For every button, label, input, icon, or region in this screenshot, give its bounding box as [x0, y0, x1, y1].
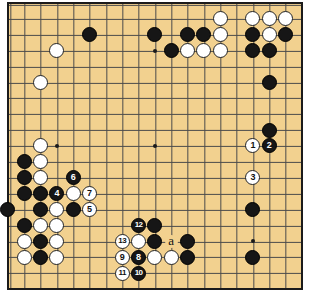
intersection[interactable] [261, 59, 277, 75]
intersection[interactable] [163, 281, 179, 297]
intersection[interactable] [294, 217, 309, 233]
intersection[interactable]: 7 [81, 186, 97, 202]
intersection[interactable] [261, 154, 277, 170]
intersection[interactable] [65, 0, 81, 11]
white-stone-move-1[interactable]: 1 [245, 138, 260, 153]
intersection[interactable] [163, 0, 179, 11]
intersection[interactable]: 9 [114, 249, 130, 265]
intersection[interactable] [228, 281, 244, 297]
intersection[interactable] [245, 0, 261, 11]
intersection[interactable] [277, 138, 293, 154]
intersection[interactable] [98, 202, 114, 218]
intersection[interactable] [130, 74, 146, 90]
white-stone-move-7[interactable]: 7 [82, 186, 97, 201]
intersection[interactable] [228, 74, 244, 90]
intersection[interactable] [147, 265, 163, 281]
intersection[interactable] [196, 11, 212, 27]
intersection[interactable] [245, 11, 261, 27]
intersection[interactable] [0, 265, 16, 281]
intersection[interactable] [0, 249, 16, 265]
intersection[interactable] [114, 74, 130, 90]
white-stone[interactable] [213, 11, 228, 26]
intersection[interactable] [65, 186, 81, 202]
intersection[interactable] [147, 217, 163, 233]
intersection[interactable] [0, 0, 16, 11]
intersection[interactable]: 5 [81, 202, 97, 218]
intersection[interactable] [114, 59, 130, 75]
intersection[interactable] [98, 27, 114, 43]
intersection[interactable] [32, 90, 48, 106]
intersection[interactable] [81, 106, 97, 122]
intersection[interactable] [196, 233, 212, 249]
intersection[interactable] [32, 106, 48, 122]
intersection[interactable] [65, 122, 81, 138]
intersection[interactable] [0, 27, 16, 43]
intersection[interactable] [130, 233, 146, 249]
intersection[interactable]: 13 [114, 233, 130, 249]
white-stone[interactable] [33, 75, 48, 90]
black-stone[interactable] [17, 218, 32, 233]
intersection[interactable] [277, 217, 293, 233]
intersection[interactable] [196, 59, 212, 75]
intersection[interactable] [179, 27, 195, 43]
intersection[interactable] [16, 170, 32, 186]
intersection[interactable] [49, 154, 65, 170]
black-stone[interactable] [262, 43, 277, 58]
intersection[interactable] [245, 217, 261, 233]
intersection[interactable] [130, 43, 146, 59]
white-stone[interactable] [180, 43, 195, 58]
intersection[interactable] [212, 186, 228, 202]
intersection[interactable] [16, 43, 32, 59]
intersection[interactable] [81, 170, 97, 186]
intersection[interactable] [130, 106, 146, 122]
intersection[interactable] [261, 281, 277, 297]
intersection[interactable] [179, 106, 195, 122]
black-stone[interactable] [245, 202, 260, 217]
intersection[interactable] [147, 11, 163, 27]
intersection[interactable] [81, 233, 97, 249]
intersection[interactable] [32, 186, 48, 202]
intersection[interactable] [81, 0, 97, 11]
intersection[interactable] [32, 138, 48, 154]
intersection[interactable] [196, 154, 212, 170]
white-stone[interactable] [49, 234, 64, 249]
black-stone[interactable] [278, 27, 293, 42]
intersection[interactable] [294, 265, 309, 281]
intersection[interactable] [261, 27, 277, 43]
black-stone-move-4[interactable]: 4 [49, 186, 64, 201]
intersection[interactable] [16, 59, 32, 75]
intersection[interactable] [212, 90, 228, 106]
intersection[interactable] [196, 43, 212, 59]
intersection[interactable] [65, 281, 81, 297]
intersection[interactable] [261, 217, 277, 233]
intersection[interactable] [179, 186, 195, 202]
intersection[interactable] [196, 249, 212, 265]
intersection[interactable] [130, 122, 146, 138]
intersection[interactable] [179, 11, 195, 27]
intersection[interactable] [114, 170, 130, 186]
intersection[interactable] [196, 170, 212, 186]
intersection[interactable] [212, 74, 228, 90]
intersection[interactable] [32, 122, 48, 138]
intersection[interactable] [114, 202, 130, 218]
intersection[interactable] [32, 233, 48, 249]
black-stone[interactable] [33, 186, 48, 201]
intersection[interactable] [98, 122, 114, 138]
intersection[interactable] [49, 106, 65, 122]
intersection[interactable] [98, 154, 114, 170]
intersection[interactable] [212, 202, 228, 218]
black-stone[interactable] [17, 186, 32, 201]
white-stone[interactable] [147, 250, 162, 265]
intersection[interactable] [130, 186, 146, 202]
intersection[interactable] [147, 138, 163, 154]
black-stone[interactable] [33, 250, 48, 265]
intersection[interactable] [277, 122, 293, 138]
intersection[interactable] [65, 265, 81, 281]
intersection[interactable] [294, 186, 309, 202]
white-stone[interactable] [49, 43, 64, 58]
intersection[interactable] [81, 59, 97, 75]
intersection[interactable] [16, 233, 32, 249]
intersection[interactable] [147, 249, 163, 265]
intersection[interactable] [81, 265, 97, 281]
intersection[interactable] [294, 170, 309, 186]
white-stone-move-5[interactable]: 5 [82, 202, 97, 217]
black-stone[interactable] [17, 170, 32, 185]
intersection[interactable] [212, 249, 228, 265]
white-stone[interactable] [49, 218, 64, 233]
intersection[interactable] [212, 0, 228, 11]
white-stone[interactable] [196, 43, 211, 58]
intersection[interactable] [49, 74, 65, 90]
intersection[interactable] [0, 186, 16, 202]
intersection[interactable] [245, 106, 261, 122]
intersection[interactable] [179, 202, 195, 218]
black-stone-move-10[interactable]: 10 [131, 266, 146, 281]
intersection[interactable] [212, 154, 228, 170]
intersection[interactable] [179, 170, 195, 186]
intersection[interactable] [0, 202, 16, 218]
intersection[interactable] [147, 43, 163, 59]
intersection[interactable] [294, 281, 309, 297]
intersection[interactable] [196, 27, 212, 43]
intersection[interactable] [228, 249, 244, 265]
white-stone[interactable] [17, 234, 32, 249]
intersection[interactable] [228, 106, 244, 122]
intersection[interactable] [81, 122, 97, 138]
intersection[interactable] [0, 217, 16, 233]
intersection[interactable] [261, 43, 277, 59]
black-stone[interactable] [164, 43, 179, 58]
intersection[interactable] [228, 202, 244, 218]
intersection[interactable] [130, 170, 146, 186]
intersection[interactable] [49, 90, 65, 106]
intersection[interactable] [277, 154, 293, 170]
intersection[interactable] [147, 154, 163, 170]
intersection[interactable] [49, 249, 65, 265]
intersection[interactable] [163, 106, 179, 122]
intersection[interactable] [32, 265, 48, 281]
white-stone[interactable] [213, 27, 228, 42]
intersection[interactable] [114, 217, 130, 233]
intersection[interactable] [261, 186, 277, 202]
intersection[interactable] [277, 0, 293, 11]
intersection[interactable] [245, 122, 261, 138]
black-stone-move-2[interactable]: 2 [262, 138, 277, 153]
black-stone[interactable] [196, 27, 211, 42]
intersection[interactable] [196, 122, 212, 138]
intersection[interactable] [179, 90, 195, 106]
intersection[interactable] [98, 59, 114, 75]
intersection[interactable] [0, 59, 16, 75]
intersection[interactable] [98, 90, 114, 106]
intersection[interactable] [32, 249, 48, 265]
intersection[interactable] [114, 186, 130, 202]
intersection[interactable] [212, 59, 228, 75]
intersection[interactable] [196, 265, 212, 281]
intersection[interactable] [228, 138, 244, 154]
intersection[interactable] [294, 27, 309, 43]
intersection[interactable] [65, 154, 81, 170]
intersection[interactable] [277, 90, 293, 106]
intersection[interactable] [245, 249, 261, 265]
intersection[interactable] [114, 43, 130, 59]
intersection[interactable] [65, 11, 81, 27]
black-stone[interactable] [245, 43, 260, 58]
intersection[interactable] [196, 281, 212, 297]
intersection[interactable] [32, 0, 48, 11]
intersection[interactable] [277, 59, 293, 75]
black-stone[interactable] [0, 202, 15, 217]
intersection[interactable] [261, 106, 277, 122]
intersection[interactable] [114, 122, 130, 138]
intersection[interactable] [163, 43, 179, 59]
intersection[interactable] [98, 43, 114, 59]
intersection[interactable] [277, 265, 293, 281]
intersection[interactable] [245, 43, 261, 59]
intersection[interactable] [277, 27, 293, 43]
intersection[interactable] [147, 0, 163, 11]
intersection[interactable] [81, 249, 97, 265]
intersection[interactable] [294, 59, 309, 75]
intersection[interactable] [179, 59, 195, 75]
intersection[interactable] [179, 138, 195, 154]
intersection[interactable] [16, 154, 32, 170]
black-stone-move-12[interactable]: 12 [131, 218, 146, 233]
intersection[interactable] [179, 0, 195, 11]
intersection[interactable] [261, 170, 277, 186]
white-stone[interactable] [245, 11, 260, 26]
intersection[interactable]: 2 [261, 138, 277, 154]
intersection[interactable] [49, 27, 65, 43]
intersection[interactable] [49, 0, 65, 11]
intersection[interactable] [98, 186, 114, 202]
intersection[interactable] [147, 106, 163, 122]
intersection[interactable] [163, 59, 179, 75]
black-stone[interactable] [147, 218, 162, 233]
intersection[interactable] [163, 154, 179, 170]
black-stone[interactable] [33, 234, 48, 249]
black-stone[interactable] [17, 154, 32, 169]
intersection[interactable] [196, 106, 212, 122]
black-stone[interactable] [147, 234, 162, 249]
white-stone[interactable] [131, 234, 146, 249]
intersection[interactable] [98, 281, 114, 297]
intersection[interactable] [49, 138, 65, 154]
intersection[interactable] [212, 233, 228, 249]
intersection[interactable] [16, 0, 32, 11]
intersection[interactable] [130, 90, 146, 106]
intersection[interactable] [294, 43, 309, 59]
intersection[interactable] [245, 27, 261, 43]
intersection[interactable] [277, 106, 293, 122]
intersection[interactable] [16, 122, 32, 138]
black-stone[interactable] [262, 75, 277, 90]
intersection[interactable] [114, 90, 130, 106]
black-stone[interactable] [245, 250, 260, 265]
intersection[interactable] [81, 11, 97, 27]
intersection[interactable] [179, 249, 195, 265]
intersection[interactable] [16, 90, 32, 106]
intersection[interactable] [245, 90, 261, 106]
intersection[interactable] [245, 265, 261, 281]
intersection[interactable] [32, 202, 48, 218]
intersection[interactable] [196, 186, 212, 202]
intersection[interactable] [32, 217, 48, 233]
intersection[interactable] [81, 43, 97, 59]
intersection[interactable] [196, 217, 212, 233]
black-stone[interactable] [180, 27, 195, 42]
intersection[interactable] [163, 138, 179, 154]
intersection[interactable] [294, 74, 309, 90]
intersection[interactable] [277, 249, 293, 265]
intersection[interactable] [179, 154, 195, 170]
intersection[interactable] [228, 122, 244, 138]
intersection[interactable] [147, 27, 163, 43]
intersection[interactable] [49, 11, 65, 27]
intersection[interactable] [261, 11, 277, 27]
intersection[interactable] [163, 170, 179, 186]
intersection[interactable] [294, 249, 309, 265]
intersection[interactable] [32, 281, 48, 297]
intersection[interactable] [32, 74, 48, 90]
intersection[interactable] [277, 202, 293, 218]
intersection[interactable] [65, 27, 81, 43]
intersection[interactable] [163, 27, 179, 43]
intersection[interactable] [0, 281, 16, 297]
intersection[interactable] [65, 138, 81, 154]
intersection[interactable]: 11 [114, 265, 130, 281]
intersection[interactable] [114, 0, 130, 11]
intersection[interactable] [147, 170, 163, 186]
intersection[interactable] [163, 122, 179, 138]
intersection[interactable] [114, 27, 130, 43]
white-stone-move-9[interactable]: 9 [115, 250, 130, 265]
intersection[interactable] [163, 74, 179, 90]
intersection[interactable] [228, 154, 244, 170]
intersection[interactable] [114, 106, 130, 122]
intersection[interactable] [294, 122, 309, 138]
intersection[interactable] [0, 90, 16, 106]
intersection[interactable] [114, 11, 130, 27]
intersection[interactable] [294, 202, 309, 218]
intersection[interactable] [212, 217, 228, 233]
white-stone-move-13[interactable]: 13 [115, 234, 130, 249]
white-stone[interactable] [213, 43, 228, 58]
white-stone[interactable] [66, 186, 81, 201]
intersection[interactable] [179, 122, 195, 138]
intersection[interactable] [228, 186, 244, 202]
intersection[interactable] [98, 265, 114, 281]
intersection[interactable] [81, 217, 97, 233]
black-stone[interactable] [66, 202, 81, 217]
intersection[interactable] [245, 202, 261, 218]
intersection[interactable] [49, 233, 65, 249]
white-stone[interactable] [33, 218, 48, 233]
intersection[interactable] [228, 233, 244, 249]
intersection[interactable] [147, 186, 163, 202]
intersection[interactable] [98, 138, 114, 154]
intersection[interactable]: 6 [65, 170, 81, 186]
intersection[interactable] [16, 106, 32, 122]
intersection[interactable] [179, 217, 195, 233]
intersection[interactable] [261, 265, 277, 281]
intersection[interactable] [65, 202, 81, 218]
intersection[interactable] [277, 170, 293, 186]
intersection[interactable] [294, 11, 309, 27]
intersection[interactable] [163, 249, 179, 265]
intersection[interactable] [130, 202, 146, 218]
intersection[interactable] [147, 281, 163, 297]
white-stone[interactable] [262, 11, 277, 26]
intersection[interactable] [212, 138, 228, 154]
intersection[interactable] [163, 217, 179, 233]
intersection[interactable] [228, 90, 244, 106]
intersection[interactable] [65, 43, 81, 59]
white-stone[interactable] [262, 27, 277, 42]
black-stone-move-8[interactable]: 8 [131, 250, 146, 265]
intersection[interactable] [147, 122, 163, 138]
intersection[interactable] [16, 186, 32, 202]
intersection[interactable] [294, 138, 309, 154]
intersection[interactable] [163, 186, 179, 202]
intersection[interactable] [261, 249, 277, 265]
intersection[interactable] [0, 233, 16, 249]
intersection[interactable] [16, 27, 32, 43]
intersection[interactable] [261, 233, 277, 249]
intersection[interactable] [228, 170, 244, 186]
intersection[interactable] [81, 138, 97, 154]
intersection[interactable] [114, 281, 130, 297]
intersection[interactable] [179, 265, 195, 281]
intersection[interactable] [81, 27, 97, 43]
intersection[interactable] [277, 43, 293, 59]
intersection[interactable] [245, 74, 261, 90]
intersection[interactable] [130, 27, 146, 43]
intersection[interactable] [32, 43, 48, 59]
intersection[interactable] [212, 170, 228, 186]
intersection[interactable] [163, 11, 179, 27]
intersection[interactable] [114, 138, 130, 154]
intersection[interactable] [49, 122, 65, 138]
intersection[interactable] [261, 74, 277, 90]
intersection[interactable] [245, 186, 261, 202]
intersection[interactable] [179, 281, 195, 297]
intersection[interactable] [212, 27, 228, 43]
